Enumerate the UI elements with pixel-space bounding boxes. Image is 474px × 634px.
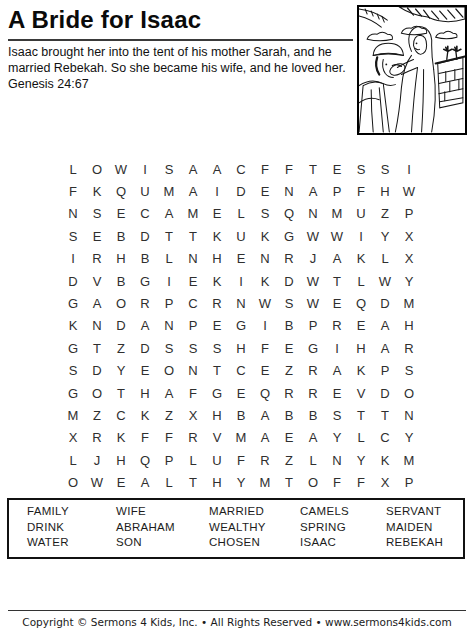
grid-cell[interactable]: I (349, 225, 373, 247)
word-bank-word: SPRING (300, 521, 386, 537)
grid-cell[interactable]: F (277, 158, 301, 180)
grid-cell[interactable]: T (181, 225, 205, 247)
grid-cell[interactable]: D (373, 292, 397, 314)
grid-cell[interactable]: A (301, 180, 325, 202)
grid-cell[interactable]: T (325, 270, 349, 292)
grid-cell[interactable]: R (301, 360, 325, 382)
grid-cell[interactable]: Z (109, 337, 133, 359)
grid-cell[interactable]: I (157, 270, 181, 292)
grid-cell[interactable]: F (325, 471, 349, 493)
grid-cell[interactable]: G (301, 337, 325, 359)
grid-cell[interactable]: K (61, 315, 85, 337)
grid-cell[interactable]: E (205, 203, 229, 225)
grid-cell[interactable]: K (109, 427, 133, 449)
grid-cell[interactable]: P (181, 315, 205, 337)
word-bank-word: WIFE (116, 505, 209, 521)
grid-cell[interactable]: S (397, 360, 421, 382)
grid-cell[interactable]: K (85, 180, 109, 202)
grid-cell[interactable]: X (397, 225, 421, 247)
word-bank-word: SERVANT (386, 505, 463, 521)
grid-cell[interactable]: R (85, 248, 109, 270)
grid-cell[interactable]: M (157, 180, 181, 202)
grid-cell[interactable]: E (325, 382, 349, 404)
grid-cell[interactable]: N (397, 404, 421, 426)
grid-cell[interactable]: V (85, 270, 109, 292)
grid-cell[interactable]: S (61, 225, 85, 247)
grid-cell[interactable]: N (157, 315, 181, 337)
page-title: A Bride for Isaac (8, 6, 201, 34)
grid-cell[interactable]: F (157, 427, 181, 449)
word-bank-word: WEALTHY (209, 521, 300, 537)
grid-cell[interactable]: A (181, 180, 205, 202)
grid-cell[interactable]: D (133, 225, 157, 247)
grid-cell[interactable]: S (253, 203, 277, 225)
word-bank-word: WATER (27, 536, 116, 552)
grid-cell[interactable]: O (85, 382, 109, 404)
word-bank-word: CHOSEN (209, 536, 300, 552)
grid-cell[interactable]: Y (229, 471, 253, 493)
grid-cell[interactable]: Q (349, 292, 373, 314)
grid-cell[interactable]: F (349, 471, 373, 493)
grid-cell[interactable]: I (325, 337, 349, 359)
grid-cell[interactable]: P (157, 292, 181, 314)
grid-cell[interactable]: P (397, 471, 421, 493)
grid-cell[interactable]: H (109, 449, 133, 471)
grid-cell[interactable]: A (253, 404, 277, 426)
grid-cell[interactable]: N (253, 248, 277, 270)
grid-cell[interactable]: Z (373, 203, 397, 225)
grid-cell[interactable]: Y (397, 427, 421, 449)
grid-cell[interactable]: B (133, 248, 157, 270)
grid-cell[interactable]: S (325, 404, 349, 426)
grid-cell[interactable]: C (133, 203, 157, 225)
grid-cell[interactable]: E (325, 158, 349, 180)
grid-cell[interactable]: L (157, 248, 181, 270)
grid-cell[interactable]: O (157, 360, 181, 382)
bible-story-illustration (357, 5, 467, 135)
grid-cell[interactable]: F (253, 337, 277, 359)
grid-cell[interactable]: B (277, 404, 301, 426)
word-bank-word: SON (116, 536, 209, 552)
grid-cell[interactable]: F (349, 180, 373, 202)
grid-cell[interactable]: M (61, 404, 85, 426)
grid-cell[interactable]: A (133, 315, 157, 337)
grid-cell[interactable]: G (229, 315, 253, 337)
grid-cell[interactable]: T (277, 471, 301, 493)
grid-cell[interactable]: N (181, 360, 205, 382)
grid-cell[interactable]: E (325, 292, 349, 314)
grid-cell[interactable]: N (61, 203, 85, 225)
grid-cell[interactable]: P (325, 180, 349, 202)
grid-cell[interactable]: O (397, 382, 421, 404)
grid-cell[interactable]: A (181, 158, 205, 180)
grid-cell[interactable]: F (253, 158, 277, 180)
grid-cell[interactable]: F (181, 382, 205, 404)
grid-cell[interactable]: X (397, 248, 421, 270)
grid-cell[interactable]: P (157, 449, 181, 471)
grid-cell[interactable]: U (133, 180, 157, 202)
grid-cell[interactable]: U (349, 203, 373, 225)
grid-cell[interactable]: A (325, 248, 349, 270)
grid-cell[interactable]: W (301, 270, 325, 292)
grid-cell[interactable]: S (205, 337, 229, 359)
grid-cell[interactable]: A (373, 315, 397, 337)
grid-cell[interactable]: L (301, 449, 325, 471)
grid-cell[interactable]: T (301, 158, 325, 180)
grid-cell[interactable]: Q (253, 382, 277, 404)
word-bank-word: CAMELS (300, 505, 386, 521)
grid-cell[interactable]: B (109, 270, 133, 292)
grid-cell[interactable]: M (397, 292, 421, 314)
grid-cell[interactable]: H (229, 337, 253, 359)
grid-cell[interactable]: E (229, 248, 253, 270)
grid-cell[interactable]: D (229, 180, 253, 202)
grid-cell[interactable]: T (157, 225, 181, 247)
grid-cell[interactable]: K (205, 225, 229, 247)
grid-cell[interactable]: A (205, 158, 229, 180)
grid-cell[interactable]: K (349, 248, 373, 270)
grid-cell[interactable]: A (133, 471, 157, 493)
grid-cell[interactable]: A (373, 337, 397, 359)
grid-cell[interactable]: D (277, 270, 301, 292)
worksheet-page: A Bride for Isaac Isaac brought her into… (0, 0, 474, 634)
grid-cell[interactable]: P (373, 360, 397, 382)
grid-cell[interactable]: E (349, 315, 373, 337)
grid-cell[interactable]: S (277, 292, 301, 314)
grid-cell[interactable]: G (61, 292, 85, 314)
grid-cell[interactable]: B (277, 315, 301, 337)
grid-cell[interactable]: O (109, 292, 133, 314)
grid-cell[interactable]: G (133, 270, 157, 292)
grid-cell[interactable]: H (373, 180, 397, 202)
grid-cell[interactable]: E (133, 360, 157, 382)
grid-cell[interactable]: F (229, 449, 253, 471)
grid-cell[interactable]: X (61, 427, 85, 449)
grid-cell[interactable]: E (205, 315, 229, 337)
word-bank-word: DRINK (27, 521, 116, 537)
grid-cell[interactable]: C (109, 404, 133, 426)
grid-cell[interactable]: G (61, 337, 85, 359)
grid-cell[interactable]: P (301, 315, 325, 337)
word-bank-box: FAMILYWIFEMARRIEDCAMELSSERVANTDRINKABRAH… (7, 498, 465, 559)
grid-cell[interactable]: E (181, 270, 205, 292)
grid-cell[interactable]: L (349, 270, 373, 292)
grid-cell[interactable]: H (397, 315, 421, 337)
grid-cell[interactable]: L (61, 449, 85, 471)
grid-cell[interactable]: I (397, 158, 421, 180)
grid-cell[interactable]: M (229, 427, 253, 449)
grid-cell[interactable]: L (349, 427, 373, 449)
grid-cell[interactable]: E (277, 427, 301, 449)
verse-text: Isaac brought her into the tent of his m… (8, 44, 358, 76)
grid-cell[interactable]: R (85, 427, 109, 449)
grid-cell[interactable]: I (61, 248, 85, 270)
grid-cell[interactable]: R (181, 427, 205, 449)
grid-cell[interactable]: N (85, 315, 109, 337)
grid-cell[interactable]: T (109, 382, 133, 404)
grid-cell[interactable]: M (253, 471, 277, 493)
word-bank-word: MARRIED (209, 505, 300, 521)
grid-cell[interactable]: D (133, 337, 157, 359)
grid-cell[interactable]: U (229, 225, 253, 247)
grid-cell[interactable]: Q (277, 203, 301, 225)
grid-cell[interactable]: W (301, 225, 325, 247)
grid-cell[interactable]: L (181, 449, 205, 471)
grid-cell[interactable]: W (397, 180, 421, 202)
word-bank-word: MAIDEN (386, 521, 463, 537)
grid-cell[interactable]: B (109, 225, 133, 247)
grid-cell[interactable]: G (205, 382, 229, 404)
grid-cell[interactable]: A (157, 203, 181, 225)
grid-cell[interactable]: A (301, 427, 325, 449)
title-divider (8, 39, 353, 41)
grid-cell[interactable]: C (229, 158, 253, 180)
grid-cell[interactable]: B (301, 404, 325, 426)
grid-cell[interactable]: S (349, 158, 373, 180)
grid-cell[interactable]: R (253, 449, 277, 471)
grid-cell[interactable]: Y (397, 270, 421, 292)
grid-cell[interactable]: S (373, 158, 397, 180)
grid-cell[interactable]: H (205, 471, 229, 493)
grid-cell[interactable]: E (253, 180, 277, 202)
grid-cell[interactable]: N (181, 248, 205, 270)
grid-cell[interactable]: F (133, 427, 157, 449)
grid-cell[interactable]: W (109, 158, 133, 180)
grid-cell[interactable]: E (277, 337, 301, 359)
grid-cell[interactable]: R (133, 292, 157, 314)
grid-cell[interactable]: K (253, 270, 277, 292)
grid-cell[interactable]: X (181, 404, 205, 426)
grid-cell[interactable]: D (373, 382, 397, 404)
grid-cell[interactable]: B (229, 404, 253, 426)
grid-cell[interactable]: N (229, 292, 253, 314)
grid-cell[interactable]: M (325, 203, 349, 225)
grid-cell[interactable]: Z (85, 404, 109, 426)
grid-cell[interactable]: R (301, 382, 325, 404)
copyright-text: Copyright © Sermons 4 Kids, Inc. • All R… (22, 616, 451, 628)
grid-cell[interactable]: G (61, 382, 85, 404)
grid-cell[interactable]: P (397, 203, 421, 225)
grid-cell[interactable]: D (61, 270, 85, 292)
grid-cell[interactable]: H (205, 248, 229, 270)
grid-cell[interactable]: T (85, 337, 109, 359)
grid-cell[interactable]: Q (133, 449, 157, 471)
grid-cell[interactable]: N (277, 180, 301, 202)
grid-cell[interactable]: L (373, 248, 397, 270)
grid-cell[interactable]: S (157, 337, 181, 359)
word-bank-list: FAMILYWIFEMARRIEDCAMELSSERVANTDRINKABRAH… (27, 505, 463, 552)
grid-cell[interactable]: M (181, 203, 205, 225)
grid-cell[interactable]: M (397, 449, 421, 471)
grid-cell[interactable]: D (109, 315, 133, 337)
grid-cell[interactable]: A (325, 360, 349, 382)
grid-cell[interactable]: R (277, 248, 301, 270)
grid-cell[interactable]: K (133, 404, 157, 426)
grid-cell[interactable]: T (205, 360, 229, 382)
grid-cell[interactable]: E (253, 360, 277, 382)
grid-cell[interactable]: A (253, 427, 277, 449)
grid-cell[interactable]: Z (157, 404, 181, 426)
grid-cell[interactable]: R (397, 337, 421, 359)
grid-cell[interactable]: C (181, 292, 205, 314)
grid-cell[interactable]: L (229, 203, 253, 225)
grid-cell[interactable]: D (85, 360, 109, 382)
grid-cell[interactable]: Y (325, 427, 349, 449)
grid-cell[interactable]: S (157, 158, 181, 180)
grid-cell[interactable]: W (373, 270, 397, 292)
grid-cell[interactable]: K (253, 225, 277, 247)
grid-cell[interactable]: I (253, 315, 277, 337)
grid-cell[interactable]: J (301, 248, 325, 270)
grid-cell[interactable]: A (157, 382, 181, 404)
grid-cell[interactable]: T (349, 404, 373, 426)
grid-cell[interactable]: R (205, 292, 229, 314)
grid-cell[interactable]: W (85, 471, 109, 493)
grid-cell[interactable]: V (205, 427, 229, 449)
grid-cell[interactable]: I (229, 270, 253, 292)
grid-cell[interactable]: W (325, 225, 349, 247)
grid-cell[interactable]: I (133, 158, 157, 180)
footer: Copyright © Sermons 4 Kids, Inc. • All R… (8, 610, 466, 628)
grid-cell[interactable]: K (349, 360, 373, 382)
grid-cell[interactable]: I (205, 180, 229, 202)
grid-cell[interactable]: E (85, 225, 109, 247)
grid-cell[interactable]: O (85, 158, 109, 180)
grid-cell[interactable]: K (373, 449, 397, 471)
grid-cell[interactable]: R (277, 382, 301, 404)
grid-cell[interactable]: Y (109, 360, 133, 382)
grid-cell[interactable]: H (205, 404, 229, 426)
grid-cell[interactable]: T (181, 471, 205, 493)
grid-cell[interactable]: J (85, 449, 109, 471)
grid-cell[interactable]: K (205, 270, 229, 292)
grid-cell[interactable]: E (229, 382, 253, 404)
grid-cell[interactable]: W (253, 292, 277, 314)
word-search-grid: LOWISAACFFTESSIFKQUMAIDENAPFHWNSECAMELSQ… (61, 158, 421, 494)
grid-cell[interactable]: U (205, 449, 229, 471)
grid-cell[interactable]: C (229, 360, 253, 382)
grid-cell[interactable]: Y (349, 449, 373, 471)
verse-reference: Genesis 24:67 (8, 76, 89, 92)
grid-cell[interactable]: O (61, 471, 85, 493)
grid-cell[interactable]: X (373, 471, 397, 493)
grid-cell[interactable]: G (277, 225, 301, 247)
grid-cell[interactable]: W (301, 292, 325, 314)
word-bank-word: ABRAHAM (116, 521, 209, 537)
grid-cell[interactable]: L (61, 158, 85, 180)
grid-cell[interactable]: N (325, 449, 349, 471)
grid-cell[interactable]: F (61, 180, 85, 202)
grid-cell[interactable]: R (325, 315, 349, 337)
grid-cell[interactable]: H (109, 248, 133, 270)
grid-cell[interactable]: N (301, 203, 325, 225)
word-bank-word: FAMILY (27, 505, 116, 521)
grid-cell[interactable]: S (61, 360, 85, 382)
word-bank-word: REBEKAH (386, 536, 463, 552)
grid-cell[interactable]: O (301, 471, 325, 493)
grid-cell[interactable]: V (349, 382, 373, 404)
grid-cell[interactable]: T (373, 404, 397, 426)
grid-cell[interactable]: S (181, 337, 205, 359)
grid-cell[interactable]: E (109, 471, 133, 493)
grid-cell[interactable]: Z (277, 360, 301, 382)
grid-cell[interactable]: H (133, 382, 157, 404)
grid-cell[interactable]: H (349, 337, 373, 359)
grid-cell[interactable]: A (85, 292, 109, 314)
grid-cell[interactable]: Y (373, 225, 397, 247)
grid-cell[interactable]: Z (277, 449, 301, 471)
grid-cell[interactable]: C (373, 427, 397, 449)
grid-cell[interactable]: L (157, 471, 181, 493)
grid-cell[interactable]: Q (109, 180, 133, 202)
word-bank-word: ISAAC (300, 536, 386, 552)
grid-cell[interactable]: E (109, 203, 133, 225)
grid-cell[interactable]: S (85, 203, 109, 225)
